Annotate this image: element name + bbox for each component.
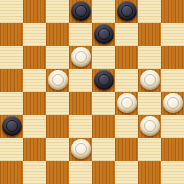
square-h1[interactable] [161,161,184,184]
square-c5[interactable] [46,69,69,92]
board [0,0,184,184]
square-c6[interactable] [46,46,69,69]
square-c7[interactable] [46,23,69,46]
square-g4[interactable] [138,92,161,115]
square-b6[interactable] [23,46,46,69]
square-h8[interactable] [161,0,184,23]
square-c1[interactable] [46,161,69,184]
square-b8[interactable] [23,0,46,23]
square-c4[interactable] [46,92,69,115]
square-a8[interactable] [0,0,23,23]
square-g7[interactable] [138,23,161,46]
square-d5[interactable] [69,69,92,92]
square-g3[interactable] [138,115,161,138]
square-f7[interactable] [115,23,138,46]
white-man-c5[interactable] [48,70,68,90]
square-f2[interactable] [115,138,138,161]
square-h3[interactable] [161,115,184,138]
square-h2[interactable] [161,138,184,161]
square-f3[interactable] [115,115,138,138]
square-a3[interactable] [0,115,23,138]
square-b5[interactable] [23,69,46,92]
square-f4[interactable] [115,92,138,115]
square-f5[interactable] [115,69,138,92]
square-e2[interactable] [92,138,115,161]
white-man-f4[interactable] [117,93,137,113]
square-d1[interactable] [69,161,92,184]
square-f1[interactable] [115,161,138,184]
white-man-d6[interactable] [71,47,91,67]
square-h7[interactable] [161,23,184,46]
white-man-h4[interactable] [163,93,183,113]
black-man-f8[interactable] [117,1,137,21]
square-a7[interactable] [0,23,23,46]
square-c8[interactable] [46,0,69,23]
square-d3[interactable] [69,115,92,138]
square-a6[interactable] [0,46,23,69]
square-f6[interactable] [115,46,138,69]
square-d2[interactable] [69,138,92,161]
square-d8[interactable] [69,0,92,23]
square-g5[interactable] [138,69,161,92]
square-f8[interactable] [115,0,138,23]
square-h6[interactable] [161,46,184,69]
square-c3[interactable] [46,115,69,138]
square-b7[interactable] [23,23,46,46]
square-g8[interactable] [138,0,161,23]
square-c2[interactable] [46,138,69,161]
white-man-g5[interactable] [140,70,160,90]
square-e5[interactable] [92,69,115,92]
square-g6[interactable] [138,46,161,69]
square-e6[interactable] [92,46,115,69]
square-b1[interactable] [23,161,46,184]
square-a4[interactable] [0,92,23,115]
square-d6[interactable] [69,46,92,69]
black-man-e5[interactable] [94,70,114,90]
square-g2[interactable] [138,138,161,161]
black-man-d8[interactable] [71,1,91,21]
square-a5[interactable] [0,69,23,92]
square-a1[interactable] [0,161,23,184]
square-e1[interactable] [92,161,115,184]
square-b3[interactable] [23,115,46,138]
square-e4[interactable] [92,92,115,115]
square-d7[interactable] [69,23,92,46]
square-e3[interactable] [92,115,115,138]
square-h4[interactable] [161,92,184,115]
white-man-d2[interactable] [71,139,91,159]
square-e8[interactable] [92,0,115,23]
square-b2[interactable] [23,138,46,161]
white-man-g3[interactable] [140,116,160,136]
black-man-a3[interactable] [2,116,22,136]
square-b4[interactable] [23,92,46,115]
checkers-board-wrap [0,0,184,184]
square-g1[interactable] [138,161,161,184]
square-e7[interactable] [92,23,115,46]
square-d4[interactable] [69,92,92,115]
square-h5[interactable] [161,69,184,92]
square-a2[interactable] [0,138,23,161]
black-man-e7[interactable] [94,24,114,44]
